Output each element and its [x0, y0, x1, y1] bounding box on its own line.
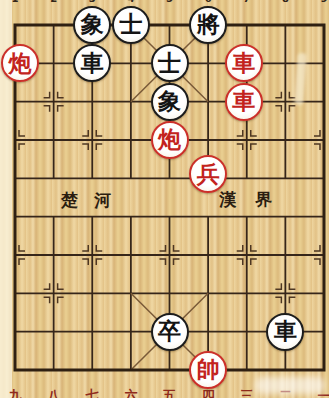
board-intersections-grid[interactable]: 象士將車士象卒車炮車車炮兵帥 — [0, 6, 329, 389]
piece-red-general[interactable]: 帥 — [189, 351, 227, 389]
file-label-top-5: 5 — [160, 0, 180, 4]
file-label-top-3: 3 — [82, 0, 102, 4]
piece-black-chariot[interactable]: 車 — [266, 313, 304, 351]
piece-black-advisor[interactable]: 士 — [112, 6, 150, 44]
piece-red-soldier[interactable]: 兵 — [189, 155, 227, 193]
piece-red-chariot[interactable]: 車 — [225, 83, 263, 121]
file-label-top-8: 8 — [275, 0, 295, 4]
file-label-top-4: 4 — [121, 0, 141, 4]
piece-black-general[interactable]: 將 — [189, 6, 227, 44]
piece-red-cannon[interactable]: 炮 — [1, 44, 39, 82]
file-label-top-9: 9 — [314, 0, 329, 4]
piece-black-elephant[interactable]: 象 — [73, 6, 111, 44]
piece-black-elephant[interactable]: 象 — [151, 83, 189, 121]
piece-black-chariot[interactable]: 車 — [73, 44, 111, 82]
file-label-top-1: 1 — [5, 0, 25, 4]
piece-black-advisor[interactable]: 士 — [151, 44, 189, 82]
xiangqi-board[interactable]: 楚河 漢界 123456789 九八七六五四三二一 象士將車士象卒車炮車車炮兵帥 — [0, 0, 329, 398]
piece-red-chariot[interactable]: 車 — [225, 44, 263, 82]
piece-black-soldier[interactable]: 卒 — [151, 313, 189, 351]
file-label-top-6: 6 — [198, 0, 218, 4]
piece-red-cannon[interactable]: 炮 — [151, 121, 189, 159]
file-label-top-7: 7 — [237, 0, 257, 4]
file-label-top-2: 2 — [44, 0, 64, 4]
